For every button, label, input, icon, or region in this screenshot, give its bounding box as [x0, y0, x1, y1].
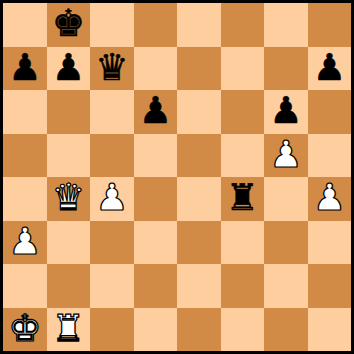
square-b4[interactable]: ♛ — [47, 177, 91, 221]
piece-black-pawn[interactable]: ♟ — [139, 92, 172, 129]
square-c6[interactable] — [90, 90, 134, 134]
square-b3[interactable] — [47, 221, 91, 265]
square-g6[interactable]: ♟ — [264, 90, 308, 134]
square-f6[interactable] — [221, 90, 265, 134]
square-h2[interactable] — [308, 264, 352, 308]
square-d8[interactable] — [134, 3, 178, 47]
square-a4[interactable] — [3, 177, 47, 221]
piece-black-king[interactable]: ♚ — [52, 5, 85, 42]
piece-white-pawn[interactable]: ♟ — [95, 179, 128, 216]
square-e4[interactable] — [177, 177, 221, 221]
square-c2[interactable] — [90, 264, 134, 308]
square-d6[interactable]: ♟ — [134, 90, 178, 134]
square-d2[interactable] — [134, 264, 178, 308]
square-a2[interactable] — [3, 264, 47, 308]
piece-black-queen[interactable]: ♛ — [95, 49, 128, 86]
square-b5[interactable] — [47, 134, 91, 178]
square-e8[interactable] — [177, 3, 221, 47]
square-g5[interactable]: ♟ — [264, 134, 308, 178]
square-d5[interactable] — [134, 134, 178, 178]
square-d4[interactable] — [134, 177, 178, 221]
square-c7[interactable]: ♛ — [90, 47, 134, 91]
piece-white-queen[interactable]: ♛ — [52, 179, 85, 216]
square-f4[interactable]: ♜ — [221, 177, 265, 221]
square-e1[interactable] — [177, 308, 221, 352]
square-c1[interactable] — [90, 308, 134, 352]
square-f1[interactable] — [221, 308, 265, 352]
square-f3[interactable] — [221, 221, 265, 265]
piece-black-rook[interactable]: ♜ — [226, 179, 259, 216]
square-a8[interactable] — [3, 3, 47, 47]
square-a1[interactable]: ♚ — [3, 308, 47, 352]
square-d1[interactable] — [134, 308, 178, 352]
square-h3[interactable] — [308, 221, 352, 265]
piece-black-pawn[interactable]: ♟ — [8, 49, 41, 86]
square-f8[interactable] — [221, 3, 265, 47]
square-a6[interactable] — [3, 90, 47, 134]
square-h4[interactable]: ♟ — [308, 177, 352, 221]
square-f7[interactable] — [221, 47, 265, 91]
square-c3[interactable] — [90, 221, 134, 265]
square-f2[interactable] — [221, 264, 265, 308]
square-e7[interactable] — [177, 47, 221, 91]
square-g2[interactable] — [264, 264, 308, 308]
square-g3[interactable] — [264, 221, 308, 265]
square-e6[interactable] — [177, 90, 221, 134]
piece-black-pawn[interactable]: ♟ — [313, 49, 346, 86]
square-g7[interactable] — [264, 47, 308, 91]
piece-white-pawn[interactable]: ♟ — [313, 179, 346, 216]
square-c4[interactable]: ♟ — [90, 177, 134, 221]
square-d7[interactable] — [134, 47, 178, 91]
square-h1[interactable] — [308, 308, 352, 352]
piece-white-rook[interactable]: ♜ — [52, 310, 85, 347]
piece-white-pawn[interactable]: ♟ — [8, 223, 41, 260]
square-c5[interactable] — [90, 134, 134, 178]
square-f5[interactable] — [221, 134, 265, 178]
square-e2[interactable] — [177, 264, 221, 308]
square-d3[interactable] — [134, 221, 178, 265]
piece-black-pawn[interactable]: ♟ — [52, 49, 85, 86]
square-h5[interactable] — [308, 134, 352, 178]
piece-white-pawn[interactable]: ♟ — [269, 136, 302, 173]
square-a5[interactable] — [3, 134, 47, 178]
square-a7[interactable]: ♟ — [3, 47, 47, 91]
square-g4[interactable] — [264, 177, 308, 221]
square-b8[interactable]: ♚ — [47, 3, 91, 47]
piece-black-pawn[interactable]: ♟ — [269, 92, 302, 129]
square-g8[interactable] — [264, 3, 308, 47]
chess-board: ♚♟♟♛♟♟♟♟♛♟♜♟♟♚♜ — [3, 3, 351, 351]
square-c8[interactable] — [90, 3, 134, 47]
square-h7[interactable]: ♟ — [308, 47, 352, 91]
square-e3[interactable] — [177, 221, 221, 265]
square-a3[interactable]: ♟ — [3, 221, 47, 265]
square-b2[interactable] — [47, 264, 91, 308]
square-b1[interactable]: ♜ — [47, 308, 91, 352]
square-b6[interactable] — [47, 90, 91, 134]
square-h6[interactable] — [308, 90, 352, 134]
square-e5[interactable] — [177, 134, 221, 178]
square-b7[interactable]: ♟ — [47, 47, 91, 91]
square-g1[interactable] — [264, 308, 308, 352]
square-h8[interactable] — [308, 3, 352, 47]
chess-diagram: ♚♟♟♛♟♟♟♟♛♟♜♟♟♚♜ — [0, 0, 354, 354]
piece-white-king[interactable]: ♚ — [8, 310, 41, 347]
